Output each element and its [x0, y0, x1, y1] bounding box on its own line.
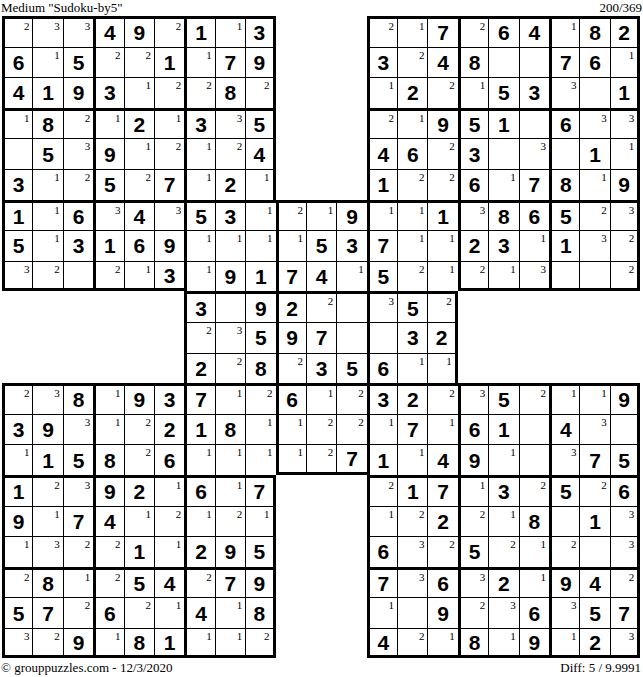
cell-r5c15[interactable]: 6 [458, 169, 488, 200]
cell-r8c0[interactable]: 3 [2, 261, 32, 292]
cell-r8c17[interactable]: 3 [519, 261, 549, 292]
cell-r0c16[interactable]: 6 [488, 16, 518, 47]
cell-r6c1[interactable]: 1 [32, 200, 62, 231]
cell-r2c2[interactable]: 9 [63, 77, 93, 108]
cell-r8c13[interactable]: 2 [397, 261, 427, 292]
cell-r1c18[interactable]: 7 [549, 47, 579, 78]
cell-r16c19[interactable]: 1 [579, 506, 609, 537]
cell-r8c2[interactable] [63, 261, 93, 292]
cell-r18c6[interactable]: 2 [184, 567, 214, 598]
cell-r10c6[interactable]: 2 [184, 322, 214, 353]
cell-r10c14[interactable]: 2 [427, 322, 457, 353]
cell-r0c3[interactable]: 4 [93, 16, 123, 47]
cell-r4c12[interactable]: 4 [367, 138, 397, 169]
cell-r17c14[interactable]: 2 [427, 536, 457, 567]
cell-r6c13[interactable]: 1 [397, 200, 427, 231]
cell-r19c18[interactable]: 3 [549, 597, 579, 628]
cell-r13c18[interactable]: 4 [549, 414, 579, 445]
cell-r12c18[interactable]: 1 [549, 383, 579, 414]
cell-r16c2[interactable]: 7 [63, 506, 93, 537]
cell-r20c14[interactable]: 1 [427, 628, 457, 659]
cell-r17c4[interactable]: 1 [124, 536, 154, 567]
cell-r18c4[interactable]: 5 [124, 567, 154, 598]
cell-r7c14[interactable]: 1 [427, 230, 457, 261]
cell-r12c16[interactable]: 5 [488, 383, 518, 414]
cell-r12c15[interactable]: 3 [458, 383, 488, 414]
cell-r9c8[interactable]: 9 [245, 291, 275, 322]
cell-r3c15[interactable]: 5 [458, 108, 488, 139]
cell-r10c12[interactable] [367, 322, 397, 353]
cell-r6c8[interactable]: 1 [245, 200, 275, 231]
cell-r20c6[interactable]: 1 [184, 628, 214, 659]
cell-r3c6[interactable]: 3 [184, 108, 214, 139]
cell-r2c20[interactable]: 1 [610, 77, 640, 108]
cell-r7c12[interactable]: 7 [367, 230, 397, 261]
cell-r4c7[interactable]: 2 [215, 138, 245, 169]
cell-r20c18[interactable]: 1 [549, 628, 579, 659]
cell-r16c3[interactable]: 4 [93, 506, 123, 537]
cell-r20c19[interactable]: 2 [579, 628, 609, 659]
cell-r19c20[interactable]: 7 [610, 597, 640, 628]
cell-r4c0[interactable] [2, 138, 32, 169]
cell-r18c20[interactable]: 2 [610, 567, 640, 598]
cell-r1c8[interactable]: 9 [245, 47, 275, 78]
cell-r3c3[interactable]: 1 [93, 108, 123, 139]
cell-r4c4[interactable]: 1 [124, 138, 154, 169]
cell-r17c6[interactable]: 2 [184, 536, 214, 567]
cell-r3c5[interactable]: 1 [154, 108, 184, 139]
cell-r3c18[interactable]: 6 [549, 108, 579, 139]
cell-r14c9[interactable]: 1 [276, 444, 306, 475]
cell-r13c19[interactable]: 3 [579, 414, 609, 445]
cell-r1c15[interactable]: 8 [458, 47, 488, 78]
cell-r6c17[interactable]: 6 [519, 200, 549, 231]
cell-r4c13[interactable]: 6 [397, 138, 427, 169]
cell-r2c8[interactable]: 2 [245, 77, 275, 108]
cell-r17c16[interactable]: 2 [488, 536, 518, 567]
cell-r7c20[interactable]: 2 [610, 230, 640, 261]
cell-r12c5[interactable]: 3 [154, 383, 184, 414]
cell-r5c17[interactable]: 7 [519, 169, 549, 200]
cell-r5c19[interactable]: 1 [579, 169, 609, 200]
cell-r10c11[interactable] [336, 322, 366, 353]
cell-r0c7[interactable]: 1 [215, 16, 245, 47]
cell-r13c10[interactable]: 2 [306, 414, 336, 445]
cell-r20c4[interactable]: 8 [124, 628, 154, 659]
cell-r2c16[interactable]: 5 [488, 77, 518, 108]
cell-r12c0[interactable]: 2 [2, 383, 32, 414]
cell-r19c3[interactable]: 6 [93, 597, 123, 628]
cell-r11c14[interactable]: 1 [427, 353, 457, 384]
cell-r16c6[interactable]: 1 [184, 506, 214, 537]
cell-r20c7[interactable]: 1 [215, 628, 245, 659]
cell-r17c19[interactable] [579, 536, 609, 567]
cell-r6c5[interactable]: 3 [154, 200, 184, 231]
cell-r8c4[interactable]: 1 [124, 261, 154, 292]
cell-r15c6[interactable]: 6 [184, 475, 214, 506]
cell-r20c2[interactable]: 9 [63, 628, 93, 659]
cell-r17c8[interactable]: 5 [245, 536, 275, 567]
cell-r5c16[interactable]: 1 [488, 169, 518, 200]
cell-r20c3[interactable]: 1 [93, 628, 123, 659]
cell-r20c1[interactable]: 2 [32, 628, 62, 659]
cell-r14c2[interactable]: 5 [63, 444, 93, 475]
cell-r3c16[interactable]: 1 [488, 108, 518, 139]
cell-r1c14[interactable]: 4 [427, 47, 457, 78]
cell-r7c8[interactable]: 1 [245, 230, 275, 261]
cell-r15c19[interactable]: 2 [579, 475, 609, 506]
cell-r4c20[interactable]: 1 [610, 138, 640, 169]
cell-r14c5[interactable]: 6 [154, 444, 184, 475]
cell-r2c13[interactable]: 2 [397, 77, 427, 108]
cell-r1c13[interactable]: 2 [397, 47, 427, 78]
cell-r13c11[interactable]: 2 [336, 414, 366, 445]
cell-r20c15[interactable]: 8 [458, 628, 488, 659]
cell-r9c7[interactable] [215, 291, 245, 322]
cell-r17c18[interactable]: 2 [549, 536, 579, 567]
cell-r3c12[interactable]: 2 [367, 108, 397, 139]
cell-r12c2[interactable]: 8 [63, 383, 93, 414]
cell-r0c1[interactable]: 3 [32, 16, 62, 47]
cell-r4c15[interactable]: 3 [458, 138, 488, 169]
cell-r17c7[interactable]: 9 [215, 536, 245, 567]
cell-r5c1[interactable]: 1 [32, 169, 62, 200]
cell-r8c11[interactable]: 1 [336, 261, 366, 292]
cell-r18c1[interactable]: 8 [32, 567, 62, 598]
cell-r6c0[interactable]: 1 [2, 200, 32, 231]
cell-r0c12[interactable]: 2 [367, 16, 397, 47]
cell-r13c9[interactable]: 1 [276, 414, 306, 445]
cell-r11c8[interactable]: 8 [245, 353, 275, 384]
cell-r0c4[interactable]: 9 [124, 16, 154, 47]
cell-r14c15[interactable]: 9 [458, 444, 488, 475]
cell-r17c5[interactable]: 1 [154, 536, 184, 567]
cell-r6c3[interactable]: 3 [93, 200, 123, 231]
cell-r13c14[interactable]: 1 [427, 414, 457, 445]
cell-r4c19[interactable]: 1 [579, 138, 609, 169]
cell-r1c20[interactable]: 1 [610, 47, 640, 78]
cell-r6c2[interactable]: 6 [63, 200, 93, 231]
cell-r5c2[interactable]: 2 [63, 169, 93, 200]
cell-r1c0[interactable]: 6 [2, 47, 32, 78]
cell-r6c19[interactable]: 2 [579, 200, 609, 231]
cell-r17c13[interactable]: 3 [397, 536, 427, 567]
cell-r10c9[interactable]: 9 [276, 322, 306, 353]
cell-r3c20[interactable]: 3 [610, 108, 640, 139]
cell-r2c19[interactable] [579, 77, 609, 108]
cell-r14c7[interactable]: 1 [215, 444, 245, 475]
cell-r9c14[interactable]: 2 [427, 291, 457, 322]
cell-r3c13[interactable]: 1 [397, 108, 427, 139]
cell-r14c11[interactable]: 7 [336, 444, 366, 475]
cell-r18c3[interactable]: 2 [93, 567, 123, 598]
cell-r8c7[interactable]: 9 [215, 261, 245, 292]
cell-r1c7[interactable]: 7 [215, 47, 245, 78]
cell-r7c19[interactable]: 3 [579, 230, 609, 261]
cell-r2c6[interactable]: 2 [184, 77, 214, 108]
cell-r1c1[interactable]: 1 [32, 47, 62, 78]
cell-r8c14[interactable]: 1 [427, 261, 457, 292]
cell-r8c6[interactable]: 1 [184, 261, 214, 292]
cell-r18c5[interactable]: 4 [154, 567, 184, 598]
cell-r6c11[interactable]: 9 [336, 200, 366, 231]
cell-r14c20[interactable]: 5 [610, 444, 640, 475]
cell-r14c0[interactable]: 1 [2, 444, 32, 475]
cell-r14c3[interactable]: 8 [93, 444, 123, 475]
cell-r16c5[interactable]: 2 [154, 506, 184, 537]
cell-r16c8[interactable]: 1 [245, 506, 275, 537]
cell-r13c16[interactable]: 1 [488, 414, 518, 445]
cell-r13c5[interactable]: 2 [154, 414, 184, 445]
cell-r4c2[interactable]: 3 [63, 138, 93, 169]
cell-r0c5[interactable]: 2 [154, 16, 184, 47]
cell-r14c10[interactable]: 2 [306, 444, 336, 475]
cell-r16c16[interactable]: 1 [488, 506, 518, 537]
cell-r11c12[interactable]: 6 [367, 353, 397, 384]
cell-r16c13[interactable]: 2 [397, 506, 427, 537]
cell-r15c5[interactable]: 1 [154, 475, 184, 506]
cell-r6c6[interactable]: 5 [184, 200, 214, 231]
cell-r8c16[interactable]: 1 [488, 261, 518, 292]
cell-r12c8[interactable]: 2 [245, 383, 275, 414]
cell-r19c16[interactable]: 3 [488, 597, 518, 628]
cell-r19c1[interactable]: 7 [32, 597, 62, 628]
cell-r14c18[interactable]: 3 [549, 444, 579, 475]
cell-r18c16[interactable]: 2 [488, 567, 518, 598]
cell-r3c4[interactable]: 2 [124, 108, 154, 139]
cell-r12c19[interactable]: 1 [579, 383, 609, 414]
cell-r16c4[interactable]: 1 [124, 506, 154, 537]
cell-r7c11[interactable]: 3 [336, 230, 366, 261]
cell-r9c13[interactable]: 5 [397, 291, 427, 322]
cell-r14c16[interactable]: 1 [488, 444, 518, 475]
cell-r14c8[interactable]: 1 [245, 444, 275, 475]
cell-r15c17[interactable]: 2 [519, 475, 549, 506]
cell-r15c0[interactable]: 1 [2, 475, 32, 506]
cell-r6c18[interactable]: 5 [549, 200, 579, 231]
cell-r14c1[interactable]: 1 [32, 444, 62, 475]
cell-r15c13[interactable]: 1 [397, 475, 427, 506]
cell-r9c11[interactable] [336, 291, 366, 322]
cell-r17c15[interactable]: 5 [458, 536, 488, 567]
cell-r2c3[interactable]: 3 [93, 77, 123, 108]
cell-r12c4[interactable]: 9 [124, 383, 154, 414]
cell-r14c14[interactable]: 4 [427, 444, 457, 475]
cell-r13c4[interactable]: 2 [124, 414, 154, 445]
cell-r8c15[interactable]: 2 [458, 261, 488, 292]
cell-r7c2[interactable]: 3 [63, 230, 93, 261]
cell-r0c0[interactable]: 2 [2, 16, 32, 47]
cell-r5c5[interactable]: 7 [154, 169, 184, 200]
cell-r2c15[interactable]: 1 [458, 77, 488, 108]
cell-r8c5[interactable]: 3 [154, 261, 184, 292]
cell-r0c13[interactable]: 1 [397, 16, 427, 47]
cell-r7c6[interactable]: 1 [184, 230, 214, 261]
cell-r6c20[interactable]: 3 [610, 200, 640, 231]
cell-r0c15[interactable]: 2 [458, 16, 488, 47]
cell-r8c10[interactable]: 4 [306, 261, 336, 292]
cell-r15c2[interactable]: 3 [63, 475, 93, 506]
cell-r2c5[interactable]: 2 [154, 77, 184, 108]
cell-r18c2[interactable]: 1 [63, 567, 93, 598]
cell-r3c19[interactable]: 3 [579, 108, 609, 139]
cell-r4c5[interactable]: 2 [154, 138, 184, 169]
cell-r15c4[interactable]: 2 [124, 475, 154, 506]
cell-r16c0[interactable]: 9 [2, 506, 32, 537]
cell-r19c8[interactable]: 8 [245, 597, 275, 628]
cell-r16c20[interactable]: 3 [610, 506, 640, 537]
cell-r9c9[interactable]: 2 [276, 291, 306, 322]
cell-r12c14[interactable]: 2 [427, 383, 457, 414]
cell-r12c12[interactable]: 3 [367, 383, 397, 414]
cell-r2c4[interactable]: 1 [124, 77, 154, 108]
cell-r6c10[interactable]: 1 [306, 200, 336, 231]
cell-r15c8[interactable]: 7 [245, 475, 275, 506]
cell-r6c15[interactable]: 3 [458, 200, 488, 231]
cell-r11c9[interactable]: 2 [276, 353, 306, 384]
cell-r4c1[interactable]: 5 [32, 138, 62, 169]
cell-r3c2[interactable]: 2 [63, 108, 93, 139]
cell-r3c14[interactable]: 9 [427, 108, 457, 139]
cell-r12c1[interactable]: 3 [32, 383, 62, 414]
cell-r18c8[interactable]: 9 [245, 567, 275, 598]
cell-r8c3[interactable]: 2 [93, 261, 123, 292]
cell-r17c1[interactable]: 3 [32, 536, 62, 567]
cell-r7c7[interactable]: 1 [215, 230, 245, 261]
cell-r1c3[interactable]: 2 [93, 47, 123, 78]
cell-r4c16[interactable] [488, 138, 518, 169]
cell-r1c2[interactable]: 5 [63, 47, 93, 78]
cell-r12c10[interactable]: 1 [306, 383, 336, 414]
cell-r15c18[interactable]: 5 [549, 475, 579, 506]
cell-r15c16[interactable]: 3 [488, 475, 518, 506]
cell-r15c7[interactable]: 1 [215, 475, 245, 506]
cell-r15c15[interactable]: 1 [458, 475, 488, 506]
cell-r1c4[interactable]: 2 [124, 47, 154, 78]
cell-r4c18[interactable] [549, 138, 579, 169]
cell-r10c10[interactable]: 7 [306, 322, 336, 353]
cell-r0c14[interactable]: 7 [427, 16, 457, 47]
cell-r7c16[interactable]: 3 [488, 230, 518, 261]
cell-r12c20[interactable]: 9 [610, 383, 640, 414]
cell-r4c17[interactable]: 3 [519, 138, 549, 169]
cell-r7c10[interactable]: 5 [306, 230, 336, 261]
cell-r20c8[interactable]: 2 [245, 628, 275, 659]
cell-r16c15[interactable]: 2 [458, 506, 488, 537]
cell-r4c14[interactable]: 2 [427, 138, 457, 169]
cell-r2c17[interactable]: 3 [519, 77, 549, 108]
cell-r19c5[interactable]: 1 [154, 597, 184, 628]
cell-r13c13[interactable]: 7 [397, 414, 427, 445]
cell-r0c17[interactable]: 4 [519, 16, 549, 47]
cell-r1c17[interactable] [519, 47, 549, 78]
cell-r5c13[interactable]: 2 [397, 169, 427, 200]
cell-r13c1[interactable]: 9 [32, 414, 62, 445]
cell-r6c9[interactable]: 2 [276, 200, 306, 231]
cell-r8c1[interactable]: 2 [32, 261, 62, 292]
cell-r13c0[interactable]: 3 [2, 414, 32, 445]
cell-r8c18[interactable] [549, 261, 579, 292]
cell-r7c18[interactable]: 1 [549, 230, 579, 261]
cell-r3c17[interactable] [519, 108, 549, 139]
cell-r15c1[interactable]: 2 [32, 475, 62, 506]
cell-r16c18[interactable] [549, 506, 579, 537]
cell-r1c19[interactable]: 6 [579, 47, 609, 78]
cell-r14c4[interactable]: 2 [124, 444, 154, 475]
cell-r5c20[interactable]: 9 [610, 169, 640, 200]
cell-r13c15[interactable]: 6 [458, 414, 488, 445]
cell-r11c7[interactable]: 2 [215, 353, 245, 384]
cell-r19c14[interactable]: 9 [427, 597, 457, 628]
cell-r0c2[interactable]: 3 [63, 16, 93, 47]
cell-r16c14[interactable]: 2 [427, 506, 457, 537]
cell-r12c11[interactable]: 2 [336, 383, 366, 414]
cell-r3c8[interactable]: 5 [245, 108, 275, 139]
cell-r15c12[interactable]: 2 [367, 475, 397, 506]
cell-r7c0[interactable]: 5 [2, 230, 32, 261]
cell-r20c16[interactable]: 1 [488, 628, 518, 659]
cell-r0c6[interactable]: 1 [184, 16, 214, 47]
cell-r7c3[interactable]: 1 [93, 230, 123, 261]
cell-r5c0[interactable]: 3 [2, 169, 32, 200]
cell-r17c12[interactable]: 6 [367, 536, 397, 567]
cell-r20c5[interactable]: 1 [154, 628, 184, 659]
cell-r7c1[interactable]: 1 [32, 230, 62, 261]
cell-r4c3[interactable]: 9 [93, 138, 123, 169]
cell-r4c8[interactable]: 4 [245, 138, 275, 169]
cell-r12c13[interactable]: 2 [397, 383, 427, 414]
cell-r5c7[interactable]: 2 [215, 169, 245, 200]
cell-r11c11[interactable]: 5 [336, 353, 366, 384]
cell-r2c0[interactable]: 4 [2, 77, 32, 108]
cell-r14c13[interactable]: 1 [397, 444, 427, 475]
cell-r13c12[interactable]: 1 [367, 414, 397, 445]
cell-r7c9[interactable]: 1 [276, 230, 306, 261]
cell-r14c6[interactable]: 1 [184, 444, 214, 475]
cell-r13c6[interactable]: 1 [184, 414, 214, 445]
cell-r18c18[interactable]: 9 [549, 567, 579, 598]
cell-r5c6[interactable]: 1 [184, 169, 214, 200]
cell-r20c20[interactable]: 3 [610, 628, 640, 659]
cell-r19c13[interactable] [397, 597, 427, 628]
cell-r9c10[interactable]: 2 [306, 291, 336, 322]
cell-r19c2[interactable]: 2 [63, 597, 93, 628]
cell-r19c17[interactable]: 6 [519, 597, 549, 628]
cell-r6c16[interactable]: 8 [488, 200, 518, 231]
cell-r14c19[interactable]: 7 [579, 444, 609, 475]
cell-r7c15[interactable]: 2 [458, 230, 488, 261]
cell-r5c8[interactable]: 1 [245, 169, 275, 200]
cell-r4c6[interactable]: 1 [184, 138, 214, 169]
cell-r3c7[interactable]: 3 [215, 108, 245, 139]
cell-r12c3[interactable]: 1 [93, 383, 123, 414]
cell-r8c20[interactable]: 2 [610, 261, 640, 292]
cell-r0c19[interactable]: 8 [579, 16, 609, 47]
cell-r17c3[interactable]: 2 [93, 536, 123, 567]
cell-r18c17[interactable]: 1 [519, 567, 549, 598]
cell-r13c3[interactable]: 1 [93, 414, 123, 445]
cell-r13c7[interactable]: 8 [215, 414, 245, 445]
cell-r13c2[interactable]: 3 [63, 414, 93, 445]
cell-r19c15[interactable]: 2 [458, 597, 488, 628]
cell-r18c19[interactable]: 4 [579, 567, 609, 598]
cell-r18c0[interactable]: 2 [2, 567, 32, 598]
cell-r0c18[interactable]: 1 [549, 16, 579, 47]
cell-r1c5[interactable]: 1 [154, 47, 184, 78]
cell-r5c14[interactable]: 2 [427, 169, 457, 200]
cell-r16c12[interactable]: 1 [367, 506, 397, 537]
cell-r13c17[interactable] [519, 414, 549, 445]
